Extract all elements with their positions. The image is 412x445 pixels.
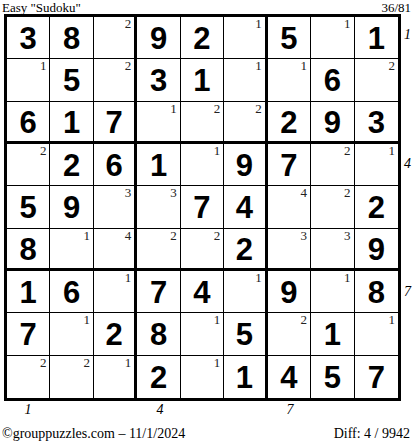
cell-value: 1 [150, 148, 167, 181]
sudoku-cell-r3c4[interactable]: 1 [137, 102, 180, 144]
sudoku-page: Easy "Sudoku" 36/81 38292151115231116261… [0, 0, 412, 445]
sudoku-cell-r5c6[interactable]: 4 [224, 186, 267, 228]
pencil-mark: 3 [344, 229, 351, 243]
cell-value: 1 [324, 317, 341, 350]
sudoku-cell-r5c9[interactable]: 2 [355, 186, 398, 228]
sudoku-cell-r4c4[interactable]: 1 [137, 144, 180, 186]
sudoku-cell-r3c8[interactable]: 9 [311, 102, 354, 144]
sudoku-cell-r8c1[interactable]: 7 [7, 313, 50, 355]
sudoku-cell-r6c6[interactable]: 2 [224, 229, 267, 271]
sudoku-cell-r9c5[interactable]: 1 [181, 356, 224, 398]
sudoku-cell-r8c7[interactable]: 2 [268, 313, 311, 355]
pencil-mark: 2 [344, 144, 351, 158]
row-label-1: 1 [404, 27, 411, 43]
pencil-mark: 1 [344, 17, 351, 31]
pencil-mark: 1 [344, 271, 351, 285]
cell-value: 5 [280, 21, 297, 54]
sudoku-cell-r6c3[interactable]: 4 [94, 229, 137, 271]
cell-value: 2 [236, 232, 253, 265]
sudoku-cell-r7c6[interactable]: 1 [224, 271, 267, 313]
sudoku-cell-r2c9[interactable]: 2 [355, 59, 398, 101]
sudoku-cell-r3c9[interactable]: 3 [355, 102, 398, 144]
sudoku-cell-r3c1[interactable]: 6 [7, 102, 50, 144]
cell-value: 8 [368, 275, 385, 308]
cell-value: 5 [236, 317, 253, 350]
row-label-7: 7 [404, 284, 411, 300]
cell-value: 9 [150, 21, 167, 54]
sudoku-cell-r1c2[interactable]: 8 [50, 17, 93, 59]
cell-value: 3 [368, 105, 385, 138]
cell-value: 3 [150, 63, 167, 96]
cell-value: 7 [368, 360, 385, 393]
sudoku-cell-r9c2[interactable]: 2 [50, 356, 93, 398]
cell-value: 5 [20, 190, 37, 223]
pencil-mark: 2 [83, 356, 90, 370]
pencil-mark: 2 [40, 356, 47, 370]
sudoku-cell-r2c5[interactable]: 1 [181, 59, 224, 101]
col-label-1: 1 [25, 402, 32, 418]
sudoku-cell-r2c2[interactable]: 5 [50, 59, 93, 101]
sudoku-cell-r4c7[interactable]: 7 [268, 144, 311, 186]
cell-value: 9 [63, 190, 80, 223]
cell-value: 2 [63, 148, 80, 181]
cell-value: 7 [105, 105, 122, 138]
sudoku-cell-r5c4[interactable]: 3 [137, 186, 180, 228]
pencil-mark: 1 [255, 271, 262, 285]
sudoku-cell-r7c2[interactable]: 6 [50, 271, 93, 313]
sudoku-cell-r4c8[interactable]: 2 [311, 144, 354, 186]
sudoku-cell-r7c9[interactable]: 8 [355, 271, 398, 313]
pencil-mark: 1 [40, 59, 47, 73]
cell-value: 8 [20, 232, 37, 265]
cell-value: 9 [236, 148, 253, 181]
pencil-mark: 4 [301, 186, 308, 200]
pencil-mark: 2 [125, 59, 132, 73]
cell-value: 6 [324, 63, 341, 96]
pencil-mark: 1 [301, 59, 308, 73]
cell-value: 6 [20, 105, 37, 138]
sudoku-cell-r4c9[interactable]: 1 [355, 144, 398, 186]
cell-value: 4 [236, 190, 253, 223]
cell-value: 1 [368, 21, 385, 54]
site-credit: ©grouppuzzles.com – 11/1/2024 [2, 426, 185, 442]
sudoku-board: 3829215111523111626171222932261197215933… [4, 14, 401, 401]
sudoku-cell-r1c1[interactable]: 3 [7, 17, 50, 59]
cell-value: 9 [324, 105, 341, 138]
sudoku-cell-r6c4[interactable]: 2 [137, 229, 180, 271]
cell-value: 9 [368, 232, 385, 265]
pencil-mark: 1 [214, 356, 221, 370]
sudoku-cell-r7c3[interactable]: 1 [94, 271, 137, 313]
cell-value: 8 [63, 21, 80, 54]
pencil-mark: 1 [388, 144, 395, 158]
pencil-mark: 2 [170, 229, 177, 243]
sudoku-cell-r2c6[interactable]: 1 [224, 59, 267, 101]
sudoku-cell-r1c6[interactable]: 1 [224, 17, 267, 59]
sudoku-cell-r9c4[interactable]: 2 [137, 356, 180, 398]
sudoku-cell-r3c5[interactable]: 2 [181, 102, 224, 144]
pencil-mark: 1 [214, 313, 221, 327]
sudoku-cell-r2c4[interactable]: 3 [137, 59, 180, 101]
sudoku-cell-r9c3[interactable]: 1 [94, 356, 137, 398]
pencil-mark: 2 [388, 59, 395, 73]
sudoku-cell-r2c3[interactable]: 2 [94, 59, 137, 101]
sudoku-cell-r3c2[interactable]: 1 [50, 102, 93, 144]
sudoku-cell-r1c5[interactable]: 2 [181, 17, 224, 59]
difficulty-label: Diff: 4 / 9942 [334, 426, 410, 442]
sudoku-cell-r8c3[interactable]: 2 [94, 313, 137, 355]
cell-value: 8 [150, 317, 167, 350]
cell-value: 2 [150, 360, 167, 393]
sudoku-cell-r8c6[interactable]: 5 [224, 313, 267, 355]
sudoku-cell-r4c5[interactable]: 1 [181, 144, 224, 186]
pencil-mark: 2 [125, 17, 132, 31]
sudoku-cell-r4c6[interactable]: 9 [224, 144, 267, 186]
cell-value: 1 [20, 275, 37, 308]
sudoku-cell-r1c4[interactable]: 9 [137, 17, 180, 59]
cell-value: 7 [150, 275, 167, 308]
cell-value: 7 [20, 317, 37, 350]
sudoku-cell-r7c1[interactable]: 1 [7, 271, 50, 313]
cell-value: 7 [280, 148, 297, 181]
pencil-mark: 1 [214, 144, 221, 158]
sudoku-cell-r4c2[interactable]: 2 [50, 144, 93, 186]
sudoku-cell-r1c9[interactable]: 1 [355, 17, 398, 59]
sudoku-cell-r2c8[interactable]: 6 [311, 59, 354, 101]
pencil-mark: 1 [255, 17, 262, 31]
col-label-7: 7 [287, 402, 294, 418]
cell-value: 3 [20, 21, 37, 54]
sudoku-cell-r5c7[interactable]: 4 [268, 186, 311, 228]
sudoku-cell-r6c5[interactable]: 2 [181, 229, 224, 271]
sudoku-cell-r2c7[interactable]: 1 [268, 59, 311, 101]
sudoku-cell-r6c2[interactable]: 1 [50, 229, 93, 271]
pencil-mark: 1 [125, 356, 132, 370]
sudoku-cell-r9c6[interactable]: 1 [224, 356, 267, 398]
cell-value: 7 [193, 190, 210, 223]
cell-value: 5 [63, 63, 80, 96]
cell-value: 2 [193, 21, 210, 54]
cell-value: 2 [368, 190, 385, 223]
col-label-4: 4 [157, 402, 164, 418]
sudoku-cell-r5c8[interactable]: 2 [311, 186, 354, 228]
cell-value: 1 [193, 63, 210, 96]
sudoku-cell-r4c3[interactable]: 6 [94, 144, 137, 186]
pencil-mark: 2 [214, 229, 221, 243]
pencil-mark: 1 [83, 313, 90, 327]
pencil-mark: 3 [170, 186, 177, 200]
sudoku-cell-r6c1[interactable]: 8 [7, 229, 50, 271]
sudoku-cell-r3c3[interactable]: 7 [94, 102, 137, 144]
pencil-mark: 1 [388, 313, 395, 327]
sudoku-cell-r6c9[interactable]: 9 [355, 229, 398, 271]
cell-value: 4 [193, 275, 210, 308]
sudoku-cell-r8c4[interactable]: 8 [137, 313, 180, 355]
sudoku-cell-r9c7[interactable]: 4 [268, 356, 311, 398]
row-label-4: 4 [404, 156, 411, 172]
sudoku-cell-r5c5[interactable]: 7 [181, 186, 224, 228]
cell-value: 1 [236, 360, 253, 393]
cell-value: 6 [105, 148, 122, 181]
pencil-mark: 1 [255, 59, 262, 73]
sudoku-cell-r7c7[interactable]: 9 [268, 271, 311, 313]
cell-value: 5 [324, 360, 341, 393]
sudoku-cell-r9c8[interactable]: 5 [311, 356, 354, 398]
sudoku-cell-r5c2[interactable]: 9 [50, 186, 93, 228]
pencil-mark: 3 [125, 186, 132, 200]
sudoku-cell-r6c8[interactable]: 3 [311, 229, 354, 271]
pencil-mark: 2 [40, 144, 47, 158]
sudoku-cell-r1c3[interactable]: 2 [94, 17, 137, 59]
sudoku-cell-r7c5[interactable]: 4 [181, 271, 224, 313]
sudoku-cell-r8c9[interactable]: 1 [355, 313, 398, 355]
cell-value: 1 [63, 105, 80, 138]
cell-value: 2 [280, 105, 297, 138]
pencil-mark: 2 [214, 102, 221, 116]
sudoku-cell-r7c4[interactable]: 7 [137, 271, 180, 313]
sudoku-cell-r4c1[interactable]: 2 [7, 144, 50, 186]
pencil-mark: 2 [255, 102, 262, 116]
sudoku-cell-r5c1[interactable]: 5 [7, 186, 50, 228]
sudoku-cell-r3c7[interactable]: 2 [268, 102, 311, 144]
pencil-mark: 2 [344, 186, 351, 200]
pencil-mark: 1 [170, 102, 177, 116]
pencil-mark: 3 [301, 229, 308, 243]
sudoku-cell-r1c7[interactable]: 5 [268, 17, 311, 59]
cell-value: 4 [280, 360, 297, 393]
pencil-mark: 1 [125, 271, 132, 285]
sudoku-cell-r8c8[interactable]: 1 [311, 313, 354, 355]
pencil-mark: 1 [83, 229, 90, 243]
sudoku-cell-r5c3[interactable]: 3 [94, 186, 137, 228]
sudoku-cell-r2c1[interactable]: 1 [7, 59, 50, 101]
sudoku-cell-r9c1[interactable]: 2 [7, 356, 50, 398]
cell-value: 9 [280, 275, 297, 308]
cell-value: 6 [63, 275, 80, 308]
sudoku-cell-r8c2[interactable]: 1 [50, 313, 93, 355]
sudoku-cell-r7c8[interactable]: 1 [311, 271, 354, 313]
sudoku-cell-r3c6[interactable]: 2 [224, 102, 267, 144]
pencil-mark: 2 [301, 313, 308, 327]
pencil-mark: 4 [125, 229, 132, 243]
sudoku-cell-r6c7[interactable]: 3 [268, 229, 311, 271]
sudoku-cell-r8c5[interactable]: 1 [181, 313, 224, 355]
sudoku-cell-r1c8[interactable]: 1 [311, 17, 354, 59]
cell-value: 2 [105, 317, 122, 350]
sudoku-cell-r9c9[interactable]: 7 [355, 356, 398, 398]
